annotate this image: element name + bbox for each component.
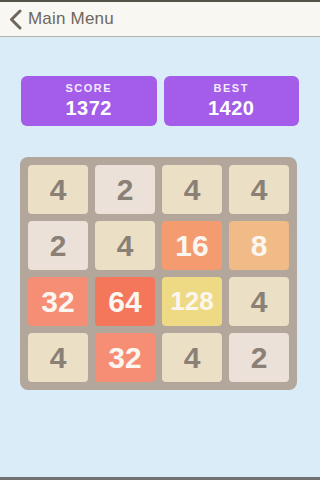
tile-r2c1: 2 [28,221,88,270]
scoreboard: SCORE 1372 BEST 1420 [0,76,320,126]
tile-r1c4: 4 [229,165,289,214]
best-box: BEST 1420 [164,76,300,126]
navigation-bar: Main Menu [0,2,320,37]
tile-r3c4: 4 [229,277,289,326]
tile-r2c3: 16 [162,221,222,270]
back-button[interactable]: Main Menu [0,9,114,30]
score-value: 1372 [66,97,113,120]
score-label: SCORE [65,82,112,94]
tile-r4c1: 4 [28,333,88,382]
best-label: BEST [214,82,249,94]
chevron-left-icon [9,9,22,30]
tile-r4c3: 4 [162,333,222,382]
tile-r2c2: 4 [95,221,155,270]
tile-r1c1: 4 [28,165,88,214]
tile-r1c3: 4 [162,165,222,214]
score-box: SCORE 1372 [21,76,157,126]
back-button-label[interactable]: Main Menu [28,9,114,29]
tile-r4c4: 2 [229,333,289,382]
tile-r3c1: 32 [28,277,88,326]
game-board[interactable]: 4 2 4 4 2 4 16 8 32 64 128 4 4 32 4 2 [20,157,297,390]
tile-r1c2: 2 [95,165,155,214]
tile-r4c2: 32 [95,333,155,382]
tile-r3c3: 128 [162,277,222,326]
tile-r2c4: 8 [229,221,289,270]
tile-r3c2: 64 [95,277,155,326]
best-value: 1420 [208,97,255,120]
